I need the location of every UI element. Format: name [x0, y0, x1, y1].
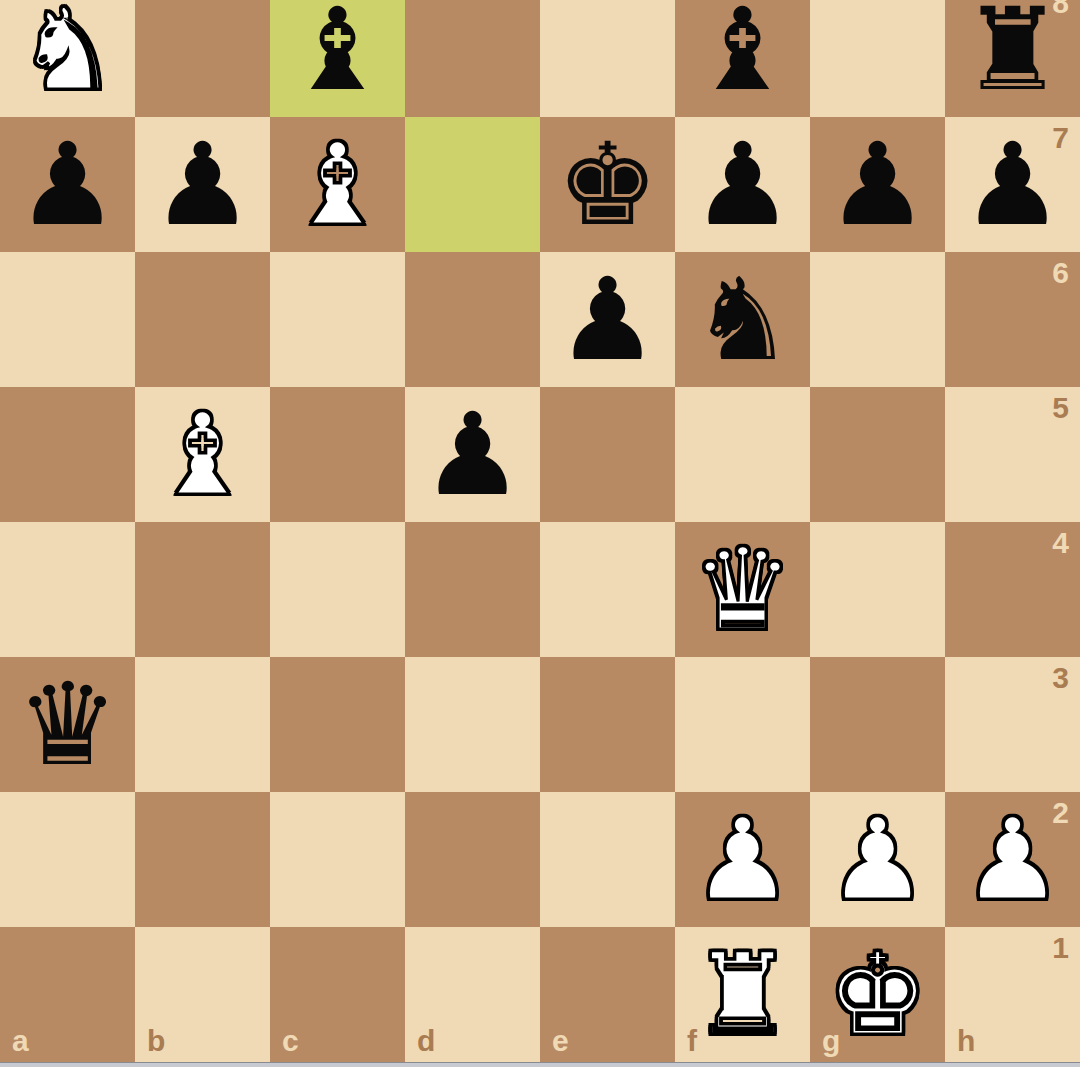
- square-f3[interactable]: [675, 657, 810, 792]
- square-f7[interactable]: ♟: [675, 117, 810, 252]
- square-g1[interactable]: ♚g: [810, 927, 945, 1062]
- rank-label-7: 7: [1052, 123, 1069, 153]
- square-b7[interactable]: ♟: [135, 117, 270, 252]
- square-a2[interactable]: [0, 792, 135, 927]
- piece-black-pawn-d5[interactable]: ♟: [405, 387, 540, 522]
- square-d4[interactable]: [405, 522, 540, 657]
- square-h6[interactable]: 6: [945, 252, 1080, 387]
- square-f8[interactable]: ♝: [675, 0, 810, 117]
- piece-black-pawn-e6[interactable]: ♟: [540, 252, 675, 387]
- square-g8[interactable]: [810, 0, 945, 117]
- rank-label-6: 6: [1052, 258, 1069, 288]
- square-h5[interactable]: 5: [945, 387, 1080, 522]
- file-label-f: f: [687, 1026, 697, 1056]
- piece-black-pawn-a7[interactable]: ♟: [0, 117, 135, 252]
- square-e8[interactable]: [540, 0, 675, 117]
- square-d8[interactable]: [405, 0, 540, 117]
- square-c2[interactable]: [270, 792, 405, 927]
- square-a7[interactable]: ♟: [0, 117, 135, 252]
- square-c5[interactable]: [270, 387, 405, 522]
- piece-black-bishop-f8[interactable]: ♝: [675, 0, 810, 117]
- page-background-strip: [0, 1062, 1080, 1067]
- square-a8[interactable]: ♞: [0, 0, 135, 117]
- rank-label-4: 4: [1052, 528, 1069, 558]
- square-b4[interactable]: [135, 522, 270, 657]
- square-g4[interactable]: [810, 522, 945, 657]
- square-d5[interactable]: ♟: [405, 387, 540, 522]
- square-g3[interactable]: [810, 657, 945, 792]
- square-a5[interactable]: [0, 387, 135, 522]
- piece-white-bishop-c7[interactable]: ♝: [270, 117, 405, 252]
- piece-black-bishop-c8[interactable]: ♝: [270, 0, 405, 117]
- file-label-a: a: [12, 1026, 29, 1056]
- square-b1[interactable]: b: [135, 927, 270, 1062]
- file-label-h: h: [957, 1026, 975, 1056]
- square-e2[interactable]: [540, 792, 675, 927]
- chess-board-viewport: ♞♝♝♜8♟♟♝♚♟♟♟7♟♞6♝♟5♛4♛3♟♟♟2abcde♜f♚g1h: [0, 0, 1080, 1062]
- square-c7[interactable]: ♝: [270, 117, 405, 252]
- square-d6[interactable]: [405, 252, 540, 387]
- piece-black-queen-a3[interactable]: ♛: [0, 657, 135, 792]
- square-d3[interactable]: [405, 657, 540, 792]
- piece-black-pawn-b7[interactable]: ♟: [135, 117, 270, 252]
- square-f2[interactable]: ♟: [675, 792, 810, 927]
- square-c3[interactable]: [270, 657, 405, 792]
- piece-black-king-e7[interactable]: ♚: [540, 117, 675, 252]
- piece-black-pawn-f7[interactable]: ♟: [675, 117, 810, 252]
- file-label-e: e: [552, 1026, 569, 1056]
- rank-label-2: 2: [1052, 798, 1069, 828]
- file-label-c: c: [282, 1026, 299, 1056]
- file-label-b: b: [147, 1026, 165, 1056]
- piece-black-knight-f6[interactable]: ♞: [675, 252, 810, 387]
- square-d2[interactable]: [405, 792, 540, 927]
- chess-board: ♞♝♝♜8♟♟♝♚♟♟♟7♟♞6♝♟5♛4♛3♟♟♟2abcde♜f♚g1h: [0, 0, 1080, 1062]
- square-f6[interactable]: ♞: [675, 252, 810, 387]
- square-a1[interactable]: a: [0, 927, 135, 1062]
- square-h7[interactable]: ♟7: [945, 117, 1080, 252]
- square-h2[interactable]: ♟2: [945, 792, 1080, 927]
- square-b2[interactable]: [135, 792, 270, 927]
- square-b3[interactable]: [135, 657, 270, 792]
- square-e1[interactable]: e: [540, 927, 675, 1062]
- square-e4[interactable]: [540, 522, 675, 657]
- square-h8[interactable]: ♜8: [945, 0, 1080, 117]
- chess-app-screenshot: ♞♝♝♜8♟♟♝♚♟♟♟7♟♞6♝♟5♛4♛3♟♟♟2abcde♜f♚g1h: [0, 0, 1080, 1067]
- square-c1[interactable]: c: [270, 927, 405, 1062]
- square-c8[interactable]: ♝: [270, 0, 405, 117]
- file-label-d: d: [417, 1026, 435, 1056]
- square-g2[interactable]: ♟: [810, 792, 945, 927]
- square-c4[interactable]: [270, 522, 405, 657]
- square-h4[interactable]: 4: [945, 522, 1080, 657]
- rank-label-3: 3: [1052, 663, 1069, 693]
- square-g5[interactable]: [810, 387, 945, 522]
- square-e7[interactable]: ♚: [540, 117, 675, 252]
- square-f1[interactable]: ♜f: [675, 927, 810, 1062]
- square-h3[interactable]: 3: [945, 657, 1080, 792]
- square-e5[interactable]: [540, 387, 675, 522]
- square-e6[interactable]: ♟: [540, 252, 675, 387]
- square-b8[interactable]: [135, 0, 270, 117]
- square-h1[interactable]: 1h: [945, 927, 1080, 1062]
- rank-label-8: 8: [1052, 0, 1069, 18]
- square-g6[interactable]: [810, 252, 945, 387]
- rank-label-5: 5: [1052, 393, 1069, 423]
- file-label-g: g: [822, 1026, 840, 1056]
- piece-white-pawn-f2[interactable]: ♟: [675, 792, 810, 927]
- piece-white-pawn-g2[interactable]: ♟: [810, 792, 945, 927]
- square-d7[interactable]: [405, 117, 540, 252]
- piece-white-queen-f4[interactable]: ♛: [675, 522, 810, 657]
- square-d1[interactable]: d: [405, 927, 540, 1062]
- piece-black-pawn-g7[interactable]: ♟: [810, 117, 945, 252]
- square-f4[interactable]: ♛: [675, 522, 810, 657]
- square-b5[interactable]: ♝: [135, 387, 270, 522]
- square-a4[interactable]: [0, 522, 135, 657]
- square-e3[interactable]: [540, 657, 675, 792]
- square-a6[interactable]: [0, 252, 135, 387]
- square-g7[interactable]: ♟: [810, 117, 945, 252]
- piece-white-bishop-b5[interactable]: ♝: [135, 387, 270, 522]
- square-b6[interactable]: [135, 252, 270, 387]
- square-f5[interactable]: [675, 387, 810, 522]
- piece-white-knight-a8[interactable]: ♞: [0, 0, 135, 117]
- square-c6[interactable]: [270, 252, 405, 387]
- rank-label-1: 1: [1052, 933, 1069, 963]
- square-a3[interactable]: ♛: [0, 657, 135, 792]
